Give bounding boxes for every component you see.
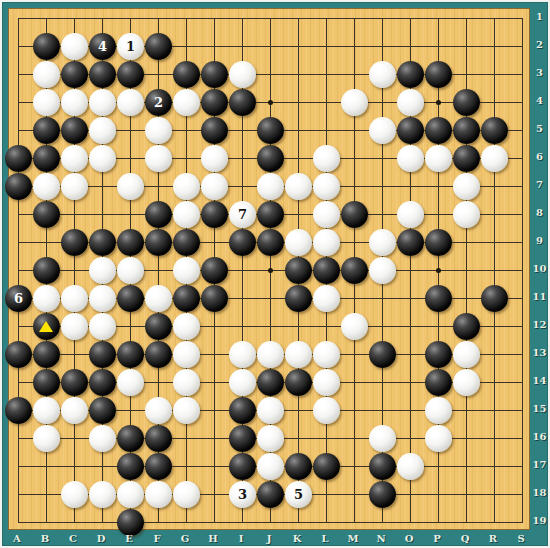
row-label-7: 7 — [531, 179, 548, 191]
stone-r6[interactable] — [481, 145, 508, 172]
stone-n16[interactable] — [369, 425, 396, 452]
stone-e3[interactable] — [117, 61, 144, 88]
goban-board[interactable]: 4127635 — [8, 8, 530, 530]
stone-d15[interactable] — [89, 397, 116, 424]
stone-c5[interactable] — [61, 117, 88, 144]
stone-i17[interactable] — [229, 453, 256, 480]
stone-i8[interactable]: 7 — [229, 201, 256, 228]
stone-e2[interactable]: 1 — [117, 33, 144, 60]
stone-f9[interactable] — [145, 229, 172, 256]
stone-i15[interactable] — [229, 397, 256, 424]
stone-i13[interactable] — [229, 341, 256, 368]
stone-b7[interactable] — [33, 173, 60, 200]
stone-l8[interactable] — [313, 201, 340, 228]
stone-l11[interactable] — [313, 285, 340, 312]
stone-f8[interactable] — [145, 201, 172, 228]
row-label-17: 17 — [531, 459, 548, 471]
stone-d13[interactable] — [89, 341, 116, 368]
stone-j17[interactable] — [257, 453, 284, 480]
stone-i4[interactable] — [229, 89, 256, 116]
stone-l17[interactable] — [313, 453, 340, 480]
stone-b3[interactable] — [33, 61, 60, 88]
stone-g4[interactable] — [173, 89, 200, 116]
stone-g11[interactable] — [173, 285, 200, 312]
stone-d2[interactable]: 4 — [89, 33, 116, 60]
stone-k14[interactable] — [285, 369, 312, 396]
stone-b2[interactable] — [33, 33, 60, 60]
stone-q4[interactable] — [453, 89, 480, 116]
stone-e11[interactable] — [117, 285, 144, 312]
star-point-p10 — [436, 268, 441, 273]
stone-c12[interactable] — [61, 313, 88, 340]
grid-line-h — [18, 522, 523, 523]
stone-h6[interactable] — [201, 145, 228, 172]
row-label-15: 15 — [531, 403, 548, 415]
move-number-label: 1 — [126, 40, 135, 53]
stone-j18[interactable] — [257, 481, 284, 508]
stone-b15[interactable] — [33, 397, 60, 424]
stone-b13[interactable] — [33, 341, 60, 368]
col-label-e: E — [115, 533, 143, 546]
stone-j13[interactable] — [257, 341, 284, 368]
star-point-j10 — [268, 268, 273, 273]
stone-j8[interactable] — [257, 201, 284, 228]
stone-o17[interactable] — [397, 453, 424, 480]
row-label-13: 13 — [531, 347, 548, 359]
stone-f13[interactable] — [145, 341, 172, 368]
move-number-label: 3 — [238, 488, 247, 501]
stone-e4[interactable] — [117, 89, 144, 116]
move-number-label: 7 — [238, 208, 247, 221]
stone-j15[interactable] — [257, 397, 284, 424]
col-label-o: O — [395, 533, 423, 546]
stone-c6[interactable] — [61, 145, 88, 172]
stone-p5[interactable] — [425, 117, 452, 144]
stone-e17[interactable] — [117, 453, 144, 480]
stone-i3[interactable] — [229, 61, 256, 88]
stone-l10[interactable] — [313, 257, 340, 284]
col-label-j: J — [255, 533, 283, 546]
stone-p6[interactable] — [425, 145, 452, 172]
stone-m4[interactable] — [341, 89, 368, 116]
stone-p3[interactable] — [425, 61, 452, 88]
stone-c14[interactable] — [61, 369, 88, 396]
row-label-5: 5 — [531, 123, 548, 135]
row-label-18: 18 — [531, 487, 548, 499]
stone-i14[interactable] — [229, 369, 256, 396]
row-label-16: 16 — [531, 431, 548, 443]
stone-c15[interactable] — [61, 397, 88, 424]
stone-k7[interactable] — [285, 173, 312, 200]
stone-e18[interactable] — [117, 481, 144, 508]
stone-p11[interactable] — [425, 285, 452, 312]
stone-b12[interactable] — [33, 313, 60, 340]
move-number-label: 4 — [98, 40, 107, 53]
stone-h7[interactable] — [201, 173, 228, 200]
stone-h11[interactable] — [201, 285, 228, 312]
stone-f4[interactable]: 2 — [145, 89, 172, 116]
stone-d16[interactable] — [89, 425, 116, 452]
stone-h8[interactable] — [201, 201, 228, 228]
stone-k17[interactable] — [285, 453, 312, 480]
stone-g12[interactable] — [173, 313, 200, 340]
stone-g15[interactable] — [173, 397, 200, 424]
stone-l9[interactable] — [313, 229, 340, 256]
row-label-2: 2 — [531, 39, 548, 51]
stone-p13[interactable] — [425, 341, 452, 368]
stone-h3[interactable] — [201, 61, 228, 88]
stone-o3[interactable] — [397, 61, 424, 88]
stone-e16[interactable] — [117, 425, 144, 452]
col-label-h: H — [199, 533, 227, 546]
stone-f18[interactable] — [145, 481, 172, 508]
row-label-8: 8 — [531, 207, 548, 219]
grid-line-v — [494, 18, 495, 523]
col-label-d: D — [87, 533, 115, 546]
col-label-b: B — [31, 533, 59, 546]
stone-e10[interactable] — [117, 257, 144, 284]
stone-b10[interactable] — [33, 257, 60, 284]
row-label-1: 1 — [531, 11, 548, 23]
row-label-12: 12 — [531, 319, 548, 331]
stone-n13[interactable] — [369, 341, 396, 368]
stone-m8[interactable] — [341, 201, 368, 228]
stone-l14[interactable] — [313, 369, 340, 396]
stone-d11[interactable] — [89, 285, 116, 312]
stone-a11[interactable]: 6 — [5, 285, 32, 312]
stone-k10[interactable] — [285, 257, 312, 284]
stone-h10[interactable] — [201, 257, 228, 284]
row-label-19: 19 — [531, 515, 548, 527]
row-label-4: 4 — [531, 95, 548, 107]
stone-e14[interactable] — [117, 369, 144, 396]
stone-l6[interactable] — [313, 145, 340, 172]
stone-o4[interactable] — [397, 89, 424, 116]
stone-d10[interactable] — [89, 257, 116, 284]
move-number-label: 5 — [294, 488, 303, 501]
stone-b11[interactable] — [33, 285, 60, 312]
stone-d5[interactable] — [89, 117, 116, 144]
stone-o9[interactable] — [397, 229, 424, 256]
stone-b14[interactable] — [33, 369, 60, 396]
stone-g18[interactable] — [173, 481, 200, 508]
stone-n5[interactable] — [369, 117, 396, 144]
stone-i9[interactable] — [229, 229, 256, 256]
stone-e13[interactable] — [117, 341, 144, 368]
stone-f6[interactable] — [145, 145, 172, 172]
stone-q7[interactable] — [453, 173, 480, 200]
triangle-marker-icon — [39, 321, 53, 332]
stone-c4[interactable] — [61, 89, 88, 116]
row-label-3: 3 — [531, 67, 548, 79]
stone-q12[interactable] — [453, 313, 480, 340]
stone-g10[interactable] — [173, 257, 200, 284]
stone-g14[interactable] — [173, 369, 200, 396]
stone-f12[interactable] — [145, 313, 172, 340]
star-point-j4 — [268, 100, 273, 105]
move-number-label: 6 — [14, 292, 23, 305]
col-label-c: C — [59, 533, 87, 546]
stone-j16[interactable] — [257, 425, 284, 452]
stone-g8[interactable] — [173, 201, 200, 228]
stone-m10[interactable] — [341, 257, 368, 284]
row-label-11: 11 — [531, 291, 548, 303]
stone-p9[interactable] — [425, 229, 452, 256]
stone-r11[interactable] — [481, 285, 508, 312]
stone-a13[interactable] — [5, 341, 32, 368]
move-number-label: 2 — [154, 96, 163, 109]
row-label-9: 9 — [531, 235, 548, 247]
stone-g7[interactable] — [173, 173, 200, 200]
stone-g9[interactable] — [173, 229, 200, 256]
stone-n17[interactable] — [369, 453, 396, 480]
star-point-p4 — [436, 100, 441, 105]
stone-k18[interactable]: 5 — [285, 481, 312, 508]
stone-p16[interactable] — [425, 425, 452, 452]
col-label-i: I — [227, 533, 255, 546]
col-label-a: A — [3, 533, 31, 546]
stone-n9[interactable] — [369, 229, 396, 256]
stone-n3[interactable] — [369, 61, 396, 88]
stone-h5[interactable] — [201, 117, 228, 144]
stone-e19[interactable] — [117, 509, 144, 536]
row-label-6: 6 — [531, 151, 548, 163]
go-game-window: 4127635 ABCDEFGHIJKLMNOPQRS 123456789101… — [0, 0, 550, 548]
stone-o5[interactable] — [397, 117, 424, 144]
stone-c9[interactable] — [61, 229, 88, 256]
stone-q6[interactable] — [453, 145, 480, 172]
stone-d4[interactable] — [89, 89, 116, 116]
stone-j5[interactable] — [257, 117, 284, 144]
stone-n18[interactable] — [369, 481, 396, 508]
stone-b16[interactable] — [33, 425, 60, 452]
stone-a15[interactable] — [5, 397, 32, 424]
stone-f11[interactable] — [145, 285, 172, 312]
stone-k11[interactable] — [285, 285, 312, 312]
col-label-p: P — [423, 533, 451, 546]
col-label-k: K — [283, 533, 311, 546]
stone-o8[interactable] — [397, 201, 424, 228]
stone-d18[interactable] — [89, 481, 116, 508]
col-label-g: G — [171, 533, 199, 546]
stone-l7[interactable] — [313, 173, 340, 200]
stone-j7[interactable] — [257, 173, 284, 200]
stone-c3[interactable] — [61, 61, 88, 88]
stone-f16[interactable] — [145, 425, 172, 452]
stone-b6[interactable] — [33, 145, 60, 172]
stone-c11[interactable] — [61, 285, 88, 312]
stone-q14[interactable] — [453, 369, 480, 396]
stone-h4[interactable] — [201, 89, 228, 116]
stone-d3[interactable] — [89, 61, 116, 88]
stone-j9[interactable] — [257, 229, 284, 256]
row-label-10: 10 — [531, 263, 548, 275]
stone-f2[interactable] — [145, 33, 172, 60]
col-label-q: Q — [451, 533, 479, 546]
row-label-14: 14 — [531, 375, 548, 387]
stone-f15[interactable] — [145, 397, 172, 424]
stone-c7[interactable] — [61, 173, 88, 200]
col-label-r: R — [479, 533, 507, 546]
col-label-m: M — [339, 533, 367, 546]
stone-b4[interactable] — [33, 89, 60, 116]
stone-a7[interactable] — [5, 173, 32, 200]
grid-line-v — [522, 18, 523, 523]
stone-a6[interactable] — [5, 145, 32, 172]
stone-d9[interactable] — [89, 229, 116, 256]
stone-l13[interactable] — [313, 341, 340, 368]
stone-b8[interactable] — [33, 201, 60, 228]
stone-o6[interactable] — [397, 145, 424, 172]
stone-c2[interactable] — [61, 33, 88, 60]
stone-f17[interactable] — [145, 453, 172, 480]
col-label-n: N — [367, 533, 395, 546]
stone-q8[interactable] — [453, 201, 480, 228]
stone-e7[interactable] — [117, 173, 144, 200]
stone-i16[interactable] — [229, 425, 256, 452]
stone-p14[interactable] — [425, 369, 452, 396]
stone-r5[interactable] — [481, 117, 508, 144]
stone-n10[interactable] — [369, 257, 396, 284]
col-label-s: S — [507, 533, 535, 546]
stone-q13[interactable] — [453, 341, 480, 368]
stone-d6[interactable] — [89, 145, 116, 172]
stone-k9[interactable] — [285, 229, 312, 256]
stone-m12[interactable] — [341, 313, 368, 340]
stone-e9[interactable] — [117, 229, 144, 256]
stone-c18[interactable] — [61, 481, 88, 508]
stone-d12[interactable] — [89, 313, 116, 340]
stone-k13[interactable] — [285, 341, 312, 368]
stone-j14[interactable] — [257, 369, 284, 396]
stone-q5[interactable] — [453, 117, 480, 144]
stone-j6[interactable] — [257, 145, 284, 172]
stone-i18[interactable]: 3 — [229, 481, 256, 508]
col-label-f: F — [143, 533, 171, 546]
stone-b5[interactable] — [33, 117, 60, 144]
stone-g13[interactable] — [173, 341, 200, 368]
col-label-l: L — [311, 533, 339, 546]
stone-l15[interactable] — [313, 397, 340, 424]
stone-d14[interactable] — [89, 369, 116, 396]
stone-f5[interactable] — [145, 117, 172, 144]
stone-g3[interactable] — [173, 61, 200, 88]
stone-p15[interactable] — [425, 397, 452, 424]
